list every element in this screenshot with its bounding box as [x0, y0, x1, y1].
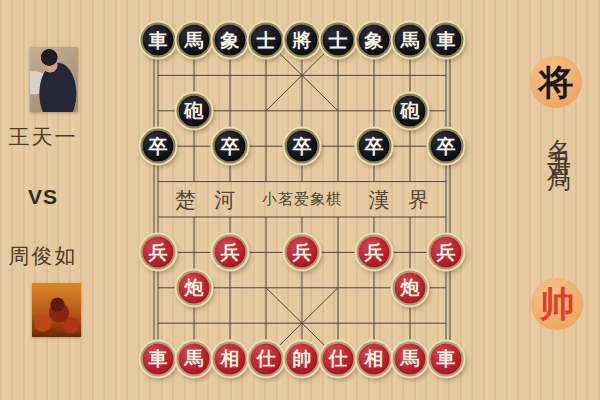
- piece-black-horse[interactable]: 馬: [179, 25, 210, 56]
- piece-red-chariot[interactable]: 車: [143, 343, 174, 374]
- river-watermark: 小茗爱象棋: [262, 190, 342, 209]
- piece-red-general[interactable]: 帥: [287, 343, 318, 374]
- piece-black-chariot[interactable]: 車: [431, 25, 462, 56]
- piece-red-soldier[interactable]: 兵: [287, 237, 318, 268]
- piece-red-soldier[interactable]: 兵: [215, 237, 246, 268]
- piece-black-horse[interactable]: 馬: [395, 25, 426, 56]
- piece-black-soldier[interactable]: 卒: [359, 131, 390, 162]
- match-title: 名手对局: [543, 120, 575, 160]
- piece-black-advisor[interactable]: 士: [251, 25, 282, 56]
- river-label-right: 漢 界: [369, 186, 429, 214]
- piece-black-soldier[interactable]: 卒: [431, 131, 462, 162]
- piece-red-horse[interactable]: 馬: [395, 343, 426, 374]
- black-general-badge: 将: [530, 56, 582, 108]
- river: 楚 河 小茗爱象棋 漢 界: [153, 183, 451, 216]
- piece-red-soldier[interactable]: 兵: [359, 237, 390, 268]
- xiangqi-board[interactable]: 楚 河 小茗爱象棋 漢 界 車馬象士將士象馬車砲砲卒卒卒卒卒兵兵兵兵兵炮炮車馬相…: [153, 35, 451, 364]
- player-photo-wang-tianyi: [30, 47, 78, 112]
- versus-label: VS: [0, 185, 86, 209]
- piece-black-chariot[interactable]: 車: [143, 25, 174, 56]
- piece-red-elephant[interactable]: 相: [359, 343, 390, 374]
- piece-black-soldier[interactable]: 卒: [143, 131, 174, 162]
- piece-red-chariot[interactable]: 車: [431, 343, 462, 374]
- red-general-badge: 帅: [531, 278, 583, 330]
- piece-black-elephant[interactable]: 象: [215, 25, 246, 56]
- piece-red-soldier[interactable]: 兵: [143, 237, 174, 268]
- piece-red-elephant[interactable]: 相: [215, 343, 246, 374]
- river-label-left: 楚 河: [175, 186, 235, 214]
- piece-red-horse[interactable]: 馬: [179, 343, 210, 374]
- piece-black-cannon[interactable]: 砲: [179, 95, 210, 126]
- xiangqi-app: 王天一 VS 周俊如 将 名手对局 帅 楚 河 小茗爱象棋 漢 界 車馬象士將士…: [0, 0, 600, 400]
- piece-black-advisor[interactable]: 士: [323, 25, 354, 56]
- piece-red-advisor[interactable]: 仕: [251, 343, 282, 374]
- player-photo-zhou-junru: [32, 283, 81, 337]
- piece-black-elephant[interactable]: 象: [359, 25, 390, 56]
- piece-black-cannon[interactable]: 砲: [395, 95, 426, 126]
- piece-black-general[interactable]: 將: [287, 25, 318, 56]
- player-name-bottom: 周俊如: [0, 242, 86, 270]
- piece-black-soldier[interactable]: 卒: [287, 131, 318, 162]
- piece-black-soldier[interactable]: 卒: [215, 131, 246, 162]
- player-name-top: 王天一: [0, 123, 86, 151]
- piece-red-advisor[interactable]: 仕: [323, 343, 354, 374]
- piece-red-cannon[interactable]: 炮: [179, 272, 210, 303]
- piece-red-cannon[interactable]: 炮: [395, 272, 426, 303]
- piece-red-soldier[interactable]: 兵: [431, 237, 462, 268]
